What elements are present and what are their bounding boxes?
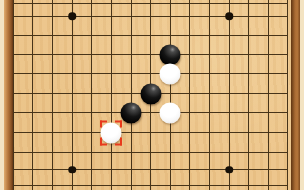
- board-cell[interactable]: [189, 54, 209, 73]
- board-cell[interactable]: [189, 3, 209, 16]
- board-cell[interactable]: [248, 185, 268, 190]
- white-stone[interactable]: [101, 122, 122, 143]
- board-cell[interactable]: [248, 93, 268, 113]
- board-cell[interactable]: [248, 16, 268, 35]
- board-cell[interactable]: [209, 132, 229, 152]
- board-cell[interactable]: [170, 16, 190, 35]
- board-cell[interactable]: [32, 112, 52, 132]
- board-cell[interactable]: [72, 93, 92, 113]
- board-cell[interactable]: [32, 54, 52, 73]
- board-cell[interactable]: [13, 152, 33, 170]
- board-cell[interactable]: [72, 54, 92, 73]
- board-cell[interactable]: [72, 35, 92, 54]
- board-cell[interactable]: [248, 169, 268, 185]
- board-cell[interactable]: [13, 73, 33, 93]
- board-cell[interactable]: [131, 152, 151, 170]
- board-cell[interactable]: [268, 35, 288, 54]
- board-cell[interactable]: [268, 73, 288, 93]
- white-stone[interactable]: [160, 103, 181, 124]
- board-cell[interactable]: [32, 132, 52, 152]
- board-cell[interactable]: [111, 169, 131, 185]
- board-cell[interactable]: [52, 54, 72, 73]
- board-cell[interactable]: [32, 93, 52, 113]
- board-cell[interactable]: [13, 93, 33, 113]
- board-cell[interactable]: [13, 185, 33, 190]
- board-cell[interactable]: [111, 73, 131, 93]
- board-cell[interactable]: [189, 16, 209, 35]
- board-cell[interactable]: [52, 35, 72, 54]
- board-cell[interactable]: [52, 73, 72, 93]
- board-cell[interactable]: [248, 3, 268, 16]
- board-cell[interactable]: [189, 73, 209, 93]
- board-cell[interactable]: [32, 3, 52, 16]
- board-cell[interactable]: [72, 112, 92, 132]
- board-cell[interactable]: [91, 169, 111, 185]
- board-cell[interactable]: [52, 112, 72, 132]
- board-cell[interactable]: [52, 93, 72, 113]
- board-cell[interactable]: [91, 152, 111, 170]
- board-cell[interactable]: [189, 152, 209, 170]
- board-cell[interactable]: [189, 169, 209, 185]
- board-cell[interactable]: [111, 3, 131, 16]
- board-cell[interactable]: [268, 93, 288, 113]
- board-cell[interactable]: [229, 93, 249, 113]
- board-cell[interactable]: [131, 3, 151, 16]
- board-cell[interactable]: [13, 16, 33, 35]
- black-stone[interactable]: [160, 44, 181, 65]
- board-cell[interactable]: [131, 35, 151, 54]
- white-stone[interactable]: [160, 64, 181, 85]
- board-cell[interactable]: [170, 132, 190, 152]
- board-frame-right: [291, 0, 300, 190]
- board-cell[interactable]: [91, 73, 111, 93]
- board-cell[interactable]: [91, 3, 111, 16]
- board-cell[interactable]: [32, 185, 52, 190]
- board-cell[interactable]: [13, 132, 33, 152]
- board-cell[interactable]: [268, 152, 288, 170]
- board-cell[interactable]: [248, 112, 268, 132]
- board-cell[interactable]: [209, 73, 229, 93]
- star-point: [226, 12, 234, 20]
- board-cell[interactable]: [111, 185, 131, 190]
- board-cell[interactable]: [13, 35, 33, 54]
- board-cell[interactable]: [32, 73, 52, 93]
- board-cell[interactable]: [52, 132, 72, 152]
- board-cell[interactable]: [209, 112, 229, 132]
- board-cell[interactable]: [91, 93, 111, 113]
- board-cell[interactable]: [268, 112, 288, 132]
- board-cell[interactable]: [248, 73, 268, 93]
- board-cell[interactable]: [111, 54, 131, 73]
- board-cell[interactable]: [189, 93, 209, 113]
- board-cell[interactable]: [229, 132, 249, 152]
- board-cell[interactable]: [189, 185, 209, 190]
- board-cell[interactable]: [91, 16, 111, 35]
- board-cell[interactable]: [150, 169, 170, 185]
- board-cell[interactable]: [91, 54, 111, 73]
- board-cell[interactable]: [268, 16, 288, 35]
- board-cell[interactable]: [91, 185, 111, 190]
- board-cell[interactable]: [229, 185, 249, 190]
- board-cell[interactable]: [189, 35, 209, 54]
- board-cell[interactable]: [13, 112, 33, 132]
- board-cell[interactable]: [248, 54, 268, 73]
- board-cell[interactable]: [111, 152, 131, 170]
- star-point: [68, 166, 76, 174]
- star-point: [68, 12, 76, 20]
- board-cell[interactable]: [13, 54, 33, 73]
- board-cell[interactable]: [32, 16, 52, 35]
- star-point: [226, 166, 234, 174]
- board-cell[interactable]: [268, 169, 288, 185]
- board-cell[interactable]: [268, 185, 288, 190]
- board-cell[interactable]: [13, 169, 33, 185]
- board-cell[interactable]: [229, 73, 249, 93]
- board-cell[interactable]: [111, 35, 131, 54]
- board-cell[interactable]: [229, 35, 249, 54]
- board-cell[interactable]: [32, 35, 52, 54]
- board-frame-left: [4, 0, 13, 190]
- board-cell[interactable]: [268, 54, 288, 73]
- board-cell[interactable]: [131, 16, 151, 35]
- board-cell[interactable]: [209, 93, 229, 113]
- board-cell[interactable]: [209, 35, 229, 54]
- board-cell[interactable]: [248, 35, 268, 54]
- board-cell[interactable]: [189, 112, 209, 132]
- board-cell[interactable]: [268, 3, 288, 16]
- board-cell[interactable]: [72, 73, 92, 93]
- board-cell[interactable]: [209, 54, 229, 73]
- board-cell[interactable]: [170, 152, 190, 170]
- board-cell[interactable]: [170, 185, 190, 190]
- board-cell[interactable]: [170, 169, 190, 185]
- black-stone[interactable]: [121, 103, 142, 124]
- board-cell[interactable]: [13, 3, 33, 16]
- board-cell[interactable]: [91, 35, 111, 54]
- board-cell[interactable]: [189, 132, 209, 152]
- board-cell[interactable]: [72, 132, 92, 152]
- board-cell[interactable]: [229, 54, 249, 73]
- board-cell[interactable]: [32, 169, 52, 185]
- board-cell[interactable]: [229, 112, 249, 132]
- board-cell[interactable]: [170, 3, 190, 16]
- board-cell[interactable]: [52, 185, 72, 190]
- board-cell[interactable]: [150, 3, 170, 16]
- board-cell[interactable]: [111, 16, 131, 35]
- board-cell[interactable]: [150, 132, 170, 152]
- black-stone[interactable]: [140, 83, 161, 104]
- board-cell[interactable]: [131, 54, 151, 73]
- board-cell[interactable]: [131, 169, 151, 185]
- board-cell[interactable]: [150, 185, 170, 190]
- board-cell[interactable]: [209, 185, 229, 190]
- board-cell[interactable]: [131, 132, 151, 152]
- board-cell[interactable]: [32, 152, 52, 170]
- board-cell[interactable]: [248, 152, 268, 170]
- board-cell[interactable]: [268, 132, 288, 152]
- board-cell[interactable]: [72, 185, 92, 190]
- gomoku-board-screenshot: [0, 0, 304, 190]
- board-cell[interactable]: [150, 152, 170, 170]
- board-cell[interactable]: [248, 132, 268, 152]
- board-cell[interactable]: [150, 16, 170, 35]
- board-cell[interactable]: [131, 185, 151, 190]
